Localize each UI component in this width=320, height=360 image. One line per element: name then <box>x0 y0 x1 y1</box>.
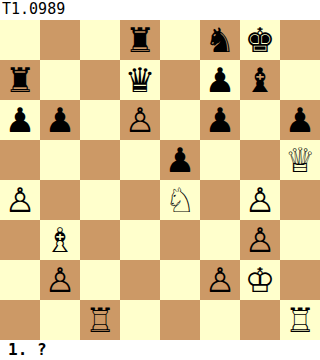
square-g5[interactable] <box>240 140 280 180</box>
square-f2[interactable]: ♙ <box>200 260 240 300</box>
white-queen-piece: ♕ <box>285 140 315 180</box>
square-c1[interactable]: ♖ <box>80 300 120 340</box>
square-f1[interactable] <box>200 300 240 340</box>
white-rook-piece: ♖ <box>285 300 315 340</box>
square-f4[interactable] <box>200 180 240 220</box>
square-f5[interactable] <box>200 140 240 180</box>
square-b3[interactable]: ♗ <box>40 220 80 260</box>
white-bishop-piece: ♗ <box>45 220 75 260</box>
white-pawn-piece: ♙ <box>205 260 235 300</box>
black-pawn-piece: ♟ <box>205 100 235 140</box>
black-rook-piece: ♜ <box>5 60 35 100</box>
white-rook-piece: ♖ <box>85 300 115 340</box>
square-e5[interactable]: ♟ <box>160 140 200 180</box>
square-f3[interactable] <box>200 220 240 260</box>
square-h7[interactable] <box>280 60 320 100</box>
square-b8[interactable] <box>40 20 80 60</box>
square-c8[interactable] <box>80 20 120 60</box>
white-pawn-piece: ♙ <box>125 100 155 140</box>
square-d3[interactable] <box>120 220 160 260</box>
square-g3[interactable]: ♙ <box>240 220 280 260</box>
black-king-piece: ♚ <box>245 20 275 60</box>
black-pawn-piece: ♟ <box>285 100 315 140</box>
square-g2[interactable]: ♔ <box>240 260 280 300</box>
square-e4[interactable]: ♘ <box>160 180 200 220</box>
square-g7[interactable]: ♝ <box>240 60 280 100</box>
square-h3[interactable] <box>280 220 320 260</box>
white-pawn-piece: ♙ <box>5 180 35 220</box>
square-d2[interactable] <box>120 260 160 300</box>
square-d5[interactable] <box>120 140 160 180</box>
square-b6[interactable]: ♟ <box>40 100 80 140</box>
black-rook-piece: ♜ <box>125 20 155 60</box>
black-pawn-piece: ♟ <box>205 60 235 100</box>
square-a2[interactable] <box>0 260 40 300</box>
square-e7[interactable] <box>160 60 200 100</box>
square-f7[interactable]: ♟ <box>200 60 240 100</box>
black-pawn-piece: ♟ <box>5 100 35 140</box>
square-h4[interactable] <box>280 180 320 220</box>
square-b5[interactable] <box>40 140 80 180</box>
black-knight-piece: ♞ <box>205 20 235 60</box>
square-c4[interactable] <box>80 180 120 220</box>
black-bishop-piece: ♝ <box>245 60 275 100</box>
white-pawn-piece: ♙ <box>45 260 75 300</box>
black-queen-piece: ♛ <box>125 60 155 100</box>
square-g4[interactable]: ♙ <box>240 180 280 220</box>
move-prompt: 1. ? <box>0 340 320 360</box>
square-a8[interactable] <box>0 20 40 60</box>
square-a4[interactable]: ♙ <box>0 180 40 220</box>
square-e3[interactable] <box>160 220 200 260</box>
white-knight-piece: ♘ <box>165 180 195 220</box>
white-king-piece: ♔ <box>245 260 275 300</box>
black-pawn-piece: ♟ <box>45 100 75 140</box>
square-h5[interactable]: ♕ <box>280 140 320 180</box>
square-d6[interactable]: ♙ <box>120 100 160 140</box>
square-c3[interactable] <box>80 220 120 260</box>
square-c5[interactable] <box>80 140 120 180</box>
square-b4[interactable] <box>40 180 80 220</box>
square-f8[interactable]: ♞ <box>200 20 240 60</box>
square-d4[interactable] <box>120 180 160 220</box>
square-a6[interactable]: ♟ <box>0 100 40 140</box>
square-g6[interactable] <box>240 100 280 140</box>
square-h8[interactable] <box>280 20 320 60</box>
square-g1[interactable] <box>240 300 280 340</box>
square-e2[interactable] <box>160 260 200 300</box>
square-c2[interactable] <box>80 260 120 300</box>
square-a7[interactable]: ♜ <box>0 60 40 100</box>
square-g8[interactable]: ♚ <box>240 20 280 60</box>
square-f6[interactable]: ♟ <box>200 100 240 140</box>
square-d8[interactable]: ♜ <box>120 20 160 60</box>
square-b1[interactable] <box>40 300 80 340</box>
white-pawn-piece: ♙ <box>245 220 275 260</box>
square-b7[interactable] <box>40 60 80 100</box>
black-pawn-piece: ♟ <box>165 140 195 180</box>
square-e6[interactable] <box>160 100 200 140</box>
square-d7[interactable]: ♛ <box>120 60 160 100</box>
square-b2[interactable]: ♙ <box>40 260 80 300</box>
square-h2[interactable] <box>280 260 320 300</box>
square-h6[interactable]: ♟ <box>280 100 320 140</box>
square-c7[interactable] <box>80 60 120 100</box>
square-e8[interactable] <box>160 20 200 60</box>
chess-puzzle-page: T1.0989 ♜♞♚♜♛♟♝♟♟♙♟♟♟♕♙♘♙♗♙♙♙♔♖♖ 1. ? <box>0 0 320 360</box>
square-a3[interactable] <box>0 220 40 260</box>
puzzle-id: T1.0989 <box>0 0 320 20</box>
chess-board: ♜♞♚♜♛♟♝♟♟♙♟♟♟♕♙♘♙♗♙♙♙♔♖♖ <box>0 20 320 340</box>
square-a1[interactable] <box>0 300 40 340</box>
square-a5[interactable] <box>0 140 40 180</box>
square-c6[interactable] <box>80 100 120 140</box>
white-pawn-piece: ♙ <box>245 180 275 220</box>
square-d1[interactable] <box>120 300 160 340</box>
square-h1[interactable]: ♖ <box>280 300 320 340</box>
square-e1[interactable] <box>160 300 200 340</box>
